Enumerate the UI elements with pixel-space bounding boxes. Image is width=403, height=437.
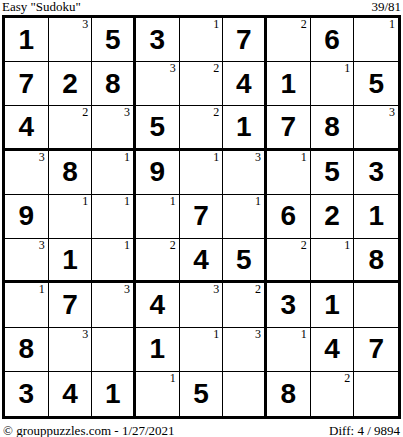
cell-r8c6[interactable]: 3 [223,328,267,372]
cell-r1c1[interactable]: 1 [5,18,49,62]
cell-value: 1 [105,380,121,408]
sudoku-board: 1353172617283241154235217833819131539111… [2,15,401,419]
cell-value: 5 [105,26,121,54]
corner-mark: 2 [82,106,88,119]
cell-r6c5[interactable]: 4 [180,239,224,283]
corner-mark: 2 [255,283,261,296]
cell-r3c5[interactable]: 2 [180,106,224,150]
corner-mark: 3 [255,328,261,341]
cell-r1c8[interactable]: 6 [311,18,355,62]
cell-r1c6[interactable]: 7 [223,18,267,62]
cell-r6c2[interactable]: 1 [49,239,93,283]
cell-r6c9[interactable]: 8 [354,239,398,283]
cell-r8c9[interactable]: 7 [354,328,398,372]
cell-r9c9[interactable] [354,372,398,416]
cell-r1c9[interactable]: 1 [354,18,398,62]
cell-r9c8[interactable]: 2 [311,372,355,416]
cell-r1c7[interactable]: 2 [267,18,311,62]
cell-r7c2[interactable]: 7 [49,283,93,327]
cell-r7c7[interactable]: 3 [267,283,311,327]
corner-mark: 3 [170,62,176,75]
corner-mark: 3 [82,328,88,341]
corner-mark: 1 [124,195,130,208]
cell-r3c4[interactable]: 5 [136,106,180,150]
difficulty-text: Diff: 4 / 9894 [329,423,400,437]
cell-r3c9[interactable]: 3 [354,106,398,150]
corner-mark: 1 [124,239,130,252]
cell-value: 5 [236,246,252,274]
cell-value: 4 [324,335,340,363]
cell-r6c8[interactable]: 1 [311,239,355,283]
cell-r5c8[interactable]: 2 [311,195,355,239]
cell-r9c6[interactable] [223,372,267,416]
cell-r4c5[interactable]: 1 [180,151,224,195]
cell-value: 3 [281,291,297,319]
cell-r9c3[interactable]: 1 [92,372,136,416]
corner-mark: 2 [170,239,176,252]
cell-r3c8[interactable]: 8 [311,106,355,150]
cell-r2c3[interactable]: 8 [92,62,136,106]
cell-r6c6[interactable]: 5 [223,239,267,283]
cell-value: 2 [62,70,78,98]
cell-r3c6[interactable]: 1 [223,106,267,150]
cell-value: 4 [193,246,209,274]
cell-value: 3 [368,158,384,186]
cell-value: 8 [105,70,121,98]
corner-mark: 2 [301,239,307,252]
cell-r8c3[interactable] [92,328,136,372]
cell-r4c1[interactable]: 3 [5,151,49,195]
corner-mark: 2 [213,106,219,119]
corner-mark: 3 [389,106,395,119]
cell-value: 6 [281,202,297,230]
corner-mark: 1 [170,372,176,385]
cell-r5c1[interactable]: 9 [5,195,49,239]
cell-r7c1[interactable]: 1 [5,283,49,327]
corner-mark: 1 [301,328,307,341]
cell-r2c6[interactable]: 4 [223,62,267,106]
corner-mark: 1 [170,195,176,208]
cell-r4c2[interactable]: 8 [49,151,93,195]
cell-value: 5 [368,70,384,98]
cell-r3c7[interactable]: 7 [267,106,311,150]
cell-value: 3 [19,380,35,408]
cell-r6c4[interactable]: 2 [136,239,180,283]
corner-mark: 1 [82,195,88,208]
header: Easy "Sudoku" 39/81 [0,0,403,15]
cell-value: 1 [236,113,252,141]
cell-r9c5[interactable]: 5 [180,372,224,416]
cell-r8c4[interactable]: 1 [136,328,180,372]
cell-r9c4[interactable]: 1 [136,372,180,416]
cell-value: 7 [62,291,78,319]
cell-r2c7[interactable]: 1 [267,62,311,106]
cell-value: 4 [150,291,166,319]
cell-r5c6[interactable]: 1 [223,195,267,239]
cell-value: 7 [281,113,297,141]
cell-value: 8 [281,380,297,408]
cell-r3c3[interactable]: 3 [92,106,136,150]
cell-r8c5[interactable]: 1 [180,328,224,372]
cell-r5c7[interactable]: 6 [267,195,311,239]
cell-r2c1[interactable]: 7 [5,62,49,106]
cell-r7c3[interactable]: 3 [92,283,136,327]
corner-mark: 1 [344,239,350,252]
cell-r2c4[interactable]: 3 [136,62,180,106]
corner-mark: 1 [213,151,219,164]
progress-counter: 39/81 [371,0,401,14]
cell-value: 4 [19,113,35,141]
puzzle-title: Easy "Sudoku" [2,0,81,14]
corner-mark: 2 [301,18,307,31]
cell-r5c2[interactable]: 1 [49,195,93,239]
cell-r9c1[interactable]: 3 [5,372,49,416]
cell-value: 7 [236,26,252,54]
cell-value: 5 [324,158,340,186]
cell-r4c4[interactable]: 9 [136,151,180,195]
cell-r3c1[interactable]: 4 [5,106,49,150]
corner-mark: 1 [255,195,261,208]
sudoku-page: Easy "Sudoku" 39/81 13531726172832411542… [0,0,403,437]
cell-value: 8 [368,246,384,274]
cell-r4c3[interactable]: 1 [92,151,136,195]
cell-value: 8 [62,158,78,186]
cell-r6c3[interactable]: 1 [92,239,136,283]
cell-r5c4[interactable]: 1 [136,195,180,239]
corner-mark: 1 [344,62,350,75]
corner-mark: 3 [39,151,45,164]
corner-mark: 1 [124,151,130,164]
cell-r9c7[interactable]: 8 [267,372,311,416]
cell-r7c6[interactable]: 2 [223,283,267,327]
cell-value: 1 [324,291,340,319]
cell-value: 9 [150,158,166,186]
cell-value: 1 [150,335,166,363]
corner-mark: 2 [213,62,219,75]
cell-r1c4[interactable]: 3 [136,18,180,62]
cell-r3c2[interactable]: 2 [49,106,93,150]
cell-r7c5[interactable]: 3 [180,283,224,327]
cell-r2c5[interactable]: 2 [180,62,224,106]
corner-mark: 1 [389,18,395,31]
copyright-text: © grouppuzzles.com - 1/27/2021 [3,423,175,437]
cell-r5c3[interactable]: 1 [92,195,136,239]
cell-r5c9[interactable]: 1 [354,195,398,239]
cell-value: 1 [368,202,384,230]
cell-value: 4 [236,70,252,98]
cell-value: 1 [281,70,297,98]
cell-r7c8[interactable]: 1 [311,283,355,327]
cell-value: 7 [19,70,35,98]
footer: © grouppuzzles.com - 1/27/2021 Diff: 4 /… [0,422,403,437]
corner-mark: 3 [124,283,130,296]
corner-mark: 3 [124,106,130,119]
corner-mark: 3 [255,151,261,164]
cell-r2c2[interactable]: 2 [49,62,93,106]
cell-r6c1[interactable]: 3 [5,239,49,283]
cell-r4c8[interactable]: 5 [311,151,355,195]
corner-mark: 1 [39,283,45,296]
cell-r1c3[interactable]: 5 [92,18,136,62]
corner-mark: 1 [213,18,219,31]
cell-r4c6[interactable]: 3 [223,151,267,195]
corner-mark: 1 [213,328,219,341]
cell-r4c9[interactable]: 3 [354,151,398,195]
cell-value: 9 [19,202,35,230]
corner-mark: 2 [344,372,350,385]
cell-r2c8[interactable]: 1 [311,62,355,106]
corner-mark: 3 [213,283,219,296]
cell-value: 7 [368,335,384,363]
cell-r7c9[interactable] [354,283,398,327]
corner-mark: 3 [39,239,45,252]
cell-value: 3 [150,26,166,54]
corner-mark: 3 [82,18,88,31]
cell-value: 5 [193,380,209,408]
cell-r8c1[interactable]: 8 [5,328,49,372]
cell-value: 8 [19,335,35,363]
cell-r8c8[interactable]: 4 [311,328,355,372]
cell-r6c7[interactable]: 2 [267,239,311,283]
cell-value: 1 [19,26,35,54]
corner-mark: 1 [301,151,307,164]
cell-value: 5 [150,113,166,141]
cell-r9c2[interactable]: 4 [49,372,93,416]
cell-r8c2[interactable]: 3 [49,328,93,372]
cell-r1c2[interactable]: 3 [49,18,93,62]
cell-value: 6 [324,26,340,54]
cell-r5c5[interactable]: 7 [180,195,224,239]
cell-value: 7 [193,202,209,230]
cell-r7c4[interactable]: 4 [136,283,180,327]
cell-r8c7[interactable]: 1 [267,328,311,372]
cell-value: 8 [324,113,340,141]
cell-value: 2 [324,202,340,230]
cell-r1c5[interactable]: 1 [180,18,224,62]
cell-r4c7[interactable]: 1 [267,151,311,195]
cell-value: 1 [62,246,78,274]
cell-r2c9[interactable]: 5 [354,62,398,106]
cell-value: 4 [62,380,78,408]
